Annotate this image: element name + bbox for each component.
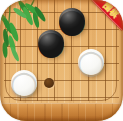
stone-glyph: ○: [78, 49, 104, 75]
go-app-icon[interactable]: ●●○○ 围棋: [0, 0, 123, 121]
board-front-edge: [0, 103, 123, 121]
bamboo-decoration: [0, 0, 52, 66]
stone-glyph: ○: [11, 70, 37, 96]
white-stone: ○: [78, 49, 104, 75]
white-stone: ○: [11, 70, 37, 96]
star-point: [44, 78, 54, 88]
